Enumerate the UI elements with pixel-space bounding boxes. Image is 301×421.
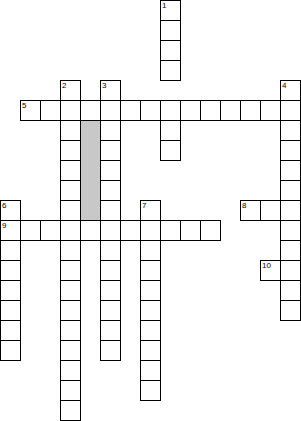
cell-r11c8[interactable]	[160, 220, 181, 241]
shaded-secret-word-column[interactable]	[80, 120, 101, 221]
cell-r6c8[interactable]	[160, 120, 181, 141]
cell-r11c5[interactable]	[100, 220, 121, 241]
cell-r5c1[interactable]	[20, 100, 41, 121]
cell-r13c13[interactable]	[260, 260, 281, 281]
cell-r10c13[interactable]	[260, 200, 281, 221]
cell-r12c14[interactable]	[280, 240, 301, 261]
cell-r18c7[interactable]	[140, 360, 161, 381]
cell-r17c0[interactable]	[0, 340, 21, 361]
cell-r4c14[interactable]	[280, 80, 301, 101]
cell-r17c5[interactable]	[100, 340, 121, 361]
cell-r5c5[interactable]	[100, 100, 121, 121]
crossword-grid: 58910123467	[0, 0, 301, 421]
cell-r14c7[interactable]	[140, 280, 161, 301]
cell-r4c3[interactable]	[60, 80, 81, 101]
cell-r15c7[interactable]	[140, 300, 161, 321]
cell-r5c7[interactable]	[140, 100, 161, 121]
cell-r14c0[interactable]	[0, 280, 21, 301]
cell-r10c0[interactable]	[0, 200, 21, 221]
cell-r7c3[interactable]	[60, 140, 81, 161]
cell-r5c12[interactable]	[240, 100, 261, 121]
cell-r12c5[interactable]	[100, 240, 121, 261]
cell-r15c3[interactable]	[60, 300, 81, 321]
cell-r1c8[interactable]	[160, 20, 181, 41]
cell-r10c5[interactable]	[100, 200, 121, 221]
cell-r9c5[interactable]	[100, 180, 121, 201]
cell-r11c10[interactable]	[200, 220, 221, 241]
cell-r10c12[interactable]	[240, 200, 261, 221]
cell-r6c3[interactable]	[60, 120, 81, 141]
cell-r16c5[interactable]	[100, 320, 121, 341]
cell-r11c9[interactable]	[180, 220, 201, 241]
cell-r16c0[interactable]	[0, 320, 21, 341]
cell-r11c6[interactable]	[120, 220, 141, 241]
cell-r15c0[interactable]	[0, 300, 21, 321]
cell-r11c14[interactable]	[280, 220, 301, 241]
cell-r17c3[interactable]	[60, 340, 81, 361]
cell-r11c4[interactable]	[80, 220, 101, 241]
cell-r12c3[interactable]	[60, 240, 81, 261]
cell-r20c3[interactable]	[60, 400, 81, 421]
cell-r12c7[interactable]	[140, 240, 161, 261]
cell-r15c14[interactable]	[280, 300, 301, 321]
cell-r10c7[interactable]	[140, 200, 161, 221]
cell-r6c14[interactable]	[280, 120, 301, 141]
cell-r5c13[interactable]	[260, 100, 281, 121]
cell-r9c14[interactable]	[280, 180, 301, 201]
cell-r11c1[interactable]	[20, 220, 41, 241]
cell-r7c14[interactable]	[280, 140, 301, 161]
cell-r5c6[interactable]	[120, 100, 141, 121]
cell-r5c8[interactable]	[160, 100, 181, 121]
cell-r9c3[interactable]	[60, 180, 81, 201]
cell-r5c9[interactable]	[180, 100, 201, 121]
cell-r11c0[interactable]	[0, 220, 21, 241]
cell-r16c7[interactable]	[140, 320, 161, 341]
cell-r10c3[interactable]	[60, 200, 81, 221]
cell-r8c14[interactable]	[280, 160, 301, 181]
cell-r6c5[interactable]	[100, 120, 121, 141]
cell-r5c14[interactable]	[280, 100, 301, 121]
cell-r17c7[interactable]	[140, 340, 161, 361]
cell-r3c8[interactable]	[160, 60, 181, 81]
cell-r11c3[interactable]	[60, 220, 81, 241]
cell-r7c8[interactable]	[160, 140, 181, 161]
cell-r13c14[interactable]	[280, 260, 301, 281]
cell-r13c5[interactable]	[100, 260, 121, 281]
cell-r14c3[interactable]	[60, 280, 81, 301]
cell-r13c3[interactable]	[60, 260, 81, 281]
cell-r15c5[interactable]	[100, 300, 121, 321]
cell-r8c5[interactable]	[100, 160, 121, 181]
cell-r11c7[interactable]	[140, 220, 161, 241]
cell-r13c7[interactable]	[140, 260, 161, 281]
cell-r5c10[interactable]	[200, 100, 221, 121]
cell-r10c14[interactable]	[280, 200, 301, 221]
cell-r8c3[interactable]	[60, 160, 81, 181]
cell-r19c3[interactable]	[60, 380, 81, 401]
cell-r0c8[interactable]	[160, 0, 181, 21]
cell-r4c5[interactable]	[100, 80, 121, 101]
cell-r5c4[interactable]	[80, 100, 101, 121]
cell-r2c8[interactable]	[160, 40, 181, 61]
cell-r19c7[interactable]	[140, 380, 161, 401]
cell-r5c11[interactable]	[220, 100, 241, 121]
cell-r14c14[interactable]	[280, 280, 301, 301]
cell-r12c0[interactable]	[0, 240, 21, 261]
cell-r5c2[interactable]	[40, 100, 61, 121]
cell-r18c3[interactable]	[60, 360, 81, 381]
cell-r13c0[interactable]	[0, 260, 21, 281]
cell-r11c2[interactable]	[40, 220, 61, 241]
cell-r7c5[interactable]	[100, 140, 121, 161]
cell-r14c5[interactable]	[100, 280, 121, 301]
cell-r5c3[interactable]	[60, 100, 81, 121]
cell-r16c3[interactable]	[60, 320, 81, 341]
